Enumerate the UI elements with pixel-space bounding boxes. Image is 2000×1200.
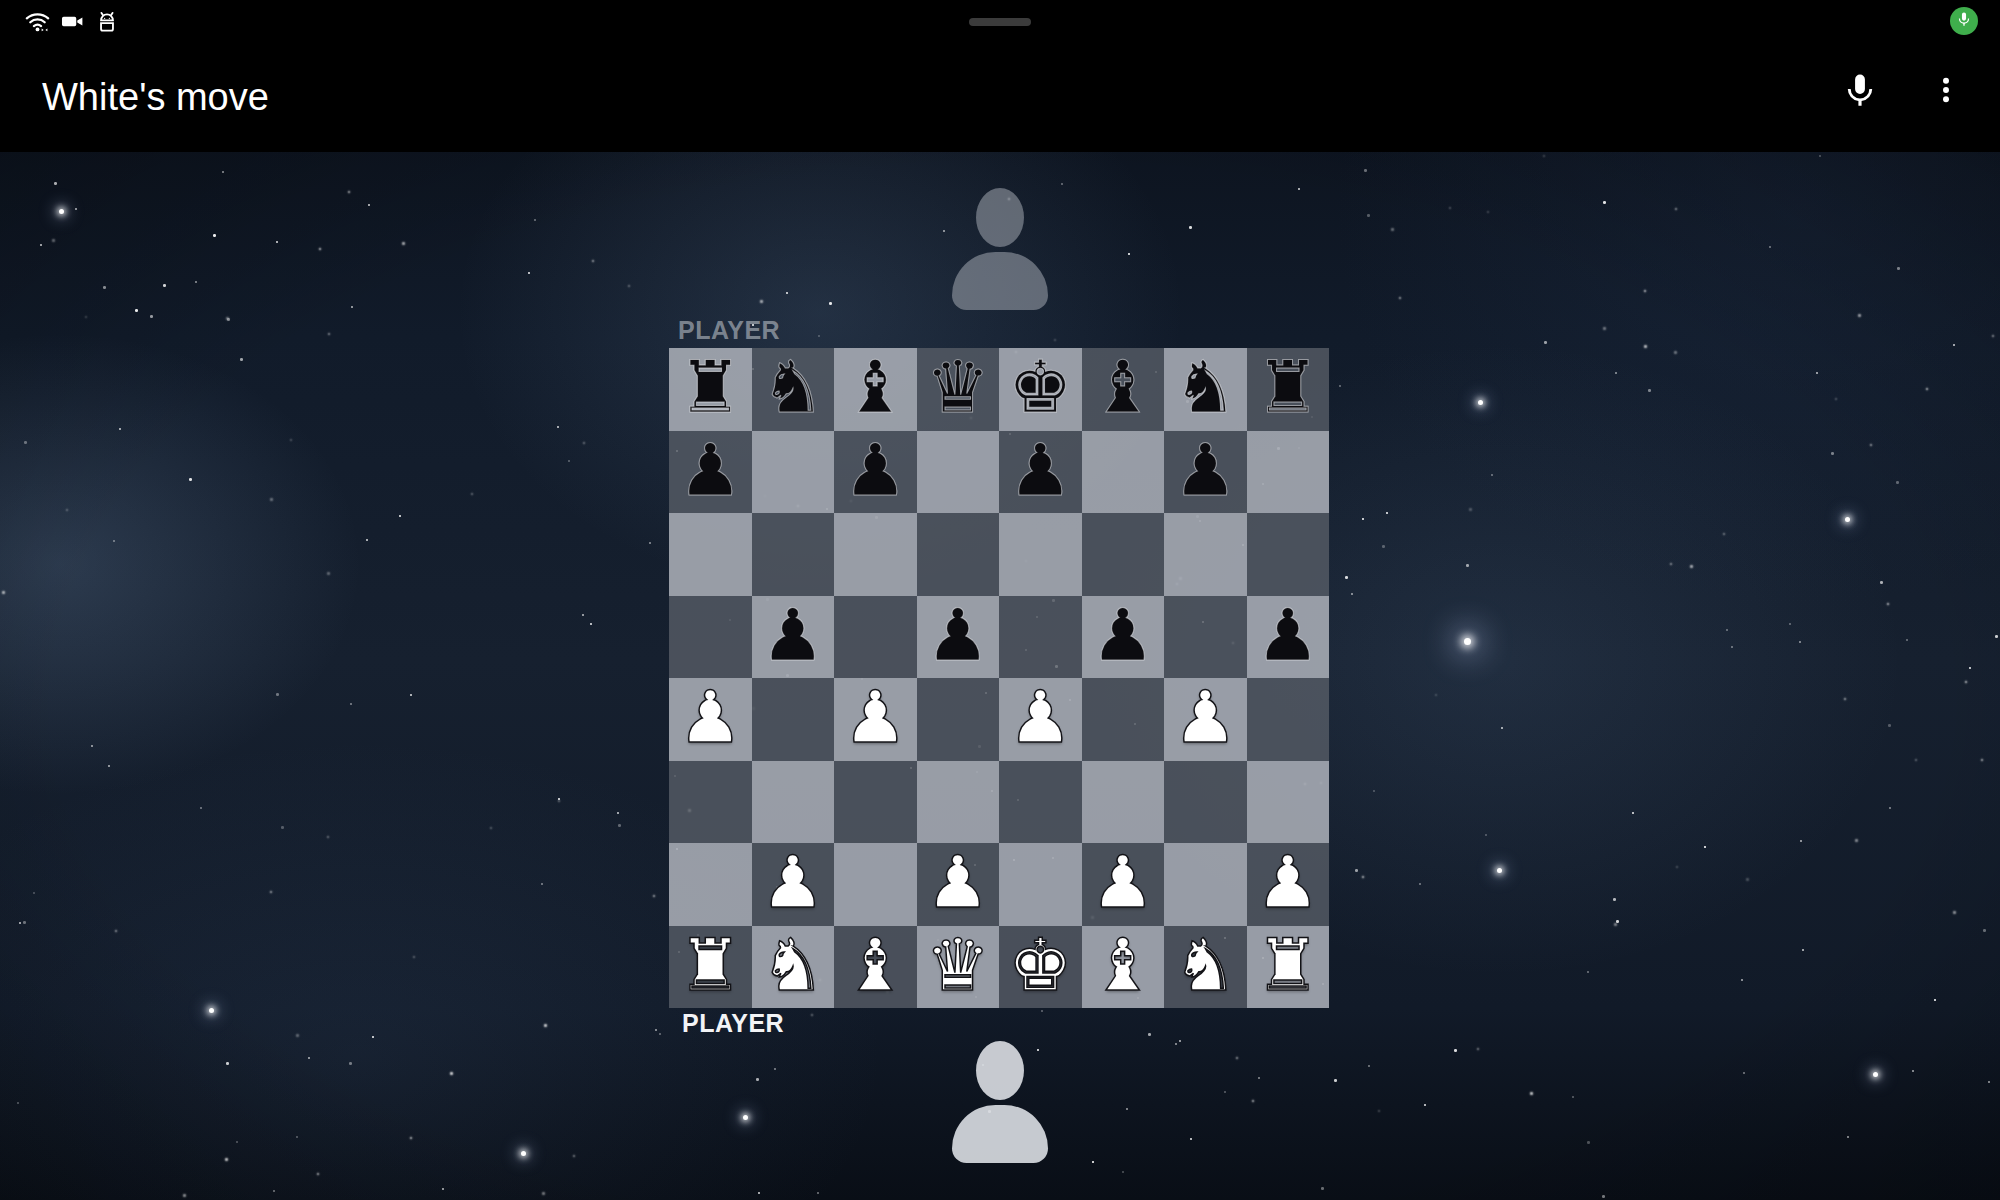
- piece-white-pawn: ♟: [1008, 681, 1073, 753]
- square-d3[interactable]: [917, 761, 1000, 844]
- square-e2[interactable]: [999, 843, 1082, 926]
- bright-star: [1845, 517, 1850, 522]
- square-b5[interactable]: ♟: [752, 596, 835, 679]
- square-b3[interactable]: [752, 761, 835, 844]
- page-title: White's move: [42, 76, 269, 119]
- square-a7[interactable]: ♟: [669, 431, 752, 514]
- square-a3[interactable]: [669, 761, 752, 844]
- piece-black-knight: ♞: [1173, 351, 1238, 423]
- video-camera-icon: [60, 9, 85, 38]
- square-b2[interactable]: ♟: [752, 843, 835, 926]
- square-h5[interactable]: ♟: [1247, 596, 1330, 679]
- piece-white-pawn: ♟: [1173, 681, 1238, 753]
- square-b7[interactable]: [752, 431, 835, 514]
- appbar-actions: [1836, 68, 1970, 116]
- square-d6[interactable]: [917, 513, 1000, 596]
- microphone-icon: [1956, 11, 1972, 31]
- piece-black-pawn: ♟: [1173, 434, 1238, 506]
- square-e3[interactable]: [999, 761, 1082, 844]
- square-g5[interactable]: [1164, 596, 1247, 679]
- opponent-label: PLAYER: [678, 316, 780, 345]
- square-d8[interactable]: ♛: [917, 348, 1000, 431]
- square-f2[interactable]: ♟: [1082, 843, 1165, 926]
- bright-star: [1478, 400, 1483, 405]
- square-b8[interactable]: ♞: [752, 348, 835, 431]
- piece-black-pawn: ♟: [678, 434, 743, 506]
- piece-white-pawn: ♟: [843, 681, 908, 753]
- square-b1[interactable]: ♞: [752, 926, 835, 1009]
- square-h3[interactable]: [1247, 761, 1330, 844]
- piece-white-pawn: ♟: [1255, 846, 1320, 918]
- square-e4[interactable]: ♟: [999, 678, 1082, 761]
- piece-black-bishop: ♝: [1090, 351, 1155, 423]
- square-e5[interactable]: [999, 596, 1082, 679]
- square-g3[interactable]: [1164, 761, 1247, 844]
- square-h6[interactable]: [1247, 513, 1330, 596]
- microphone-button[interactable]: [1836, 68, 1884, 116]
- piece-black-pawn: ♟: [1008, 434, 1073, 506]
- square-c8[interactable]: ♝: [834, 348, 917, 431]
- avatar-head: [976, 188, 1024, 247]
- avatar-body: [952, 252, 1048, 310]
- bright-star: [59, 209, 64, 214]
- square-d2[interactable]: ♟: [917, 843, 1000, 926]
- piece-white-queen: ♛: [925, 929, 990, 1001]
- square-a5[interactable]: [669, 596, 752, 679]
- overflow-menu-button[interactable]: [1922, 68, 1970, 116]
- square-g6[interactable]: [1164, 513, 1247, 596]
- notification-handle[interactable]: [969, 18, 1031, 26]
- square-e6[interactable]: [999, 513, 1082, 596]
- square-c3[interactable]: [834, 761, 917, 844]
- header-bar: White's move: [0, 0, 2000, 152]
- square-a4[interactable]: ♟: [669, 678, 752, 761]
- square-a1[interactable]: ♜: [669, 926, 752, 1009]
- piece-black-pawn: ♟: [843, 434, 908, 506]
- square-f6[interactable]: [1082, 513, 1165, 596]
- square-e8[interactable]: ♚: [999, 348, 1082, 431]
- piece-white-bishop: ♝: [843, 929, 908, 1001]
- square-h4[interactable]: [1247, 678, 1330, 761]
- square-b4[interactable]: [752, 678, 835, 761]
- square-e1[interactable]: ♚: [999, 926, 1082, 1009]
- voice-active-indicator[interactable]: [1950, 7, 1978, 35]
- square-f3[interactable]: [1082, 761, 1165, 844]
- square-h8[interactable]: ♜: [1247, 348, 1330, 431]
- square-f5[interactable]: ♟: [1082, 596, 1165, 679]
- square-d4[interactable]: [917, 678, 1000, 761]
- square-g2[interactable]: [1164, 843, 1247, 926]
- square-f8[interactable]: ♝: [1082, 348, 1165, 431]
- square-f4[interactable]: [1082, 678, 1165, 761]
- vertical-ellipsis-icon: [1929, 73, 1963, 111]
- piece-black-bishop: ♝: [843, 351, 908, 423]
- piece-black-rook: ♜: [1255, 351, 1320, 423]
- square-c2[interactable]: [834, 843, 917, 926]
- square-g7[interactable]: ♟: [1164, 431, 1247, 514]
- player-label: PLAYER: [682, 1009, 784, 1038]
- square-d1[interactable]: ♛: [917, 926, 1000, 1009]
- piece-white-pawn: ♟: [760, 846, 825, 918]
- square-c4[interactable]: ♟: [834, 678, 917, 761]
- square-g1[interactable]: ♞: [1164, 926, 1247, 1009]
- player-avatar: [952, 1041, 1048, 1163]
- square-a6[interactable]: [669, 513, 752, 596]
- wifi-icon: [24, 8, 51, 39]
- square-c5[interactable]: [834, 596, 917, 679]
- piece-black-pawn: ♟: [760, 599, 825, 671]
- square-e7[interactable]: ♟: [999, 431, 1082, 514]
- square-h7[interactable]: [1247, 431, 1330, 514]
- android-robot-icon: [94, 9, 120, 39]
- bright-star: [1497, 868, 1502, 873]
- square-c6[interactable]: [834, 513, 917, 596]
- piece-white-bishop: ♝: [1090, 929, 1155, 1001]
- microphone-icon: [1841, 71, 1879, 113]
- piece-black-rook: ♜: [678, 351, 743, 423]
- piece-white-rook: ♜: [1255, 929, 1320, 1001]
- bright-star: [1464, 638, 1471, 645]
- square-d5[interactable]: ♟: [917, 596, 1000, 679]
- bright-star: [521, 1151, 526, 1156]
- piece-white-pawn: ♟: [678, 681, 743, 753]
- piece-black-pawn: ♟: [1255, 599, 1320, 671]
- square-f1[interactable]: ♝: [1082, 926, 1165, 1009]
- square-a8[interactable]: ♜: [669, 348, 752, 431]
- piece-white-king: ♚: [1008, 929, 1073, 1001]
- piece-white-pawn: ♟: [1090, 846, 1155, 918]
- square-h2[interactable]: ♟: [1247, 843, 1330, 926]
- piece-white-rook: ♜: [678, 929, 743, 1001]
- square-d7[interactable]: [917, 431, 1000, 514]
- avatar-body: [952, 1105, 1048, 1163]
- piece-black-queen: ♛: [925, 351, 990, 423]
- bright-star: [209, 1008, 214, 1013]
- piece-black-pawn: ♟: [925, 599, 990, 671]
- piece-black-king: ♚: [1008, 351, 1073, 423]
- avatar-head: [976, 1041, 1024, 1100]
- square-g4[interactable]: ♟: [1164, 678, 1247, 761]
- piece-white-knight: ♞: [1173, 929, 1238, 1001]
- piece-white-knight: ♞: [760, 929, 825, 1001]
- square-c7[interactable]: ♟: [834, 431, 917, 514]
- status-bar-icons: [24, 8, 120, 39]
- piece-white-pawn: ♟: [925, 846, 990, 918]
- square-h1[interactable]: ♜: [1247, 926, 1330, 1009]
- piece-black-knight: ♞: [760, 351, 825, 423]
- square-b6[interactable]: [752, 513, 835, 596]
- square-c1[interactable]: ♝: [834, 926, 917, 1009]
- opponent-avatar: [952, 188, 1048, 310]
- bright-star: [743, 1115, 748, 1120]
- chess-board: ♜♞♝♛♚♝♞♜♟♟♟♟♟♟♟♟♟♟♟♟♟♟♟♟♜♞♝♛♚♝♞♜: [669, 348, 1329, 1008]
- square-g8[interactable]: ♞: [1164, 348, 1247, 431]
- square-a2[interactable]: [669, 843, 752, 926]
- piece-black-pawn: ♟: [1090, 599, 1155, 671]
- square-f7[interactable]: [1082, 431, 1165, 514]
- chess-app-screen: White's move PLAY: [0, 0, 2000, 1200]
- bright-star: [1873, 1072, 1878, 1077]
